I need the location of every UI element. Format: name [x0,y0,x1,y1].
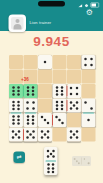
board-cell[interactable] [67,113,81,127]
domino-half [9,99,23,113]
board-cell[interactable] [82,70,96,84]
pip [90,64,93,67]
domino-divider [11,112,22,113]
pip [27,86,30,89]
domino-divider [83,112,94,113]
pip [12,130,15,133]
board-cell [82,55,96,69]
pip [32,93,35,96]
board-cell [9,84,23,98]
board-cell [53,99,67,113]
domino-divider [66,86,67,97]
pip [29,133,32,136]
board-cell[interactable] [53,70,67,84]
disabled-domino-half [82,156,92,166]
pip [76,130,79,133]
pip [70,87,73,90]
pip [84,64,87,67]
domino-divider [23,86,24,97]
pip [70,93,73,96]
pip [47,122,50,125]
score-value: 9.945 [0,34,103,50]
board-cell [38,128,52,142]
pip [61,104,64,107]
pip [26,101,29,104]
board-cell[interactable] [53,55,67,69]
pip [44,133,47,136]
pip [84,58,87,61]
pip [12,108,15,111]
pip [52,167,55,170]
board-cell [82,113,96,127]
pip [17,115,20,118]
pip [32,107,35,110]
player-name: Lion trainer [30,21,52,26]
domino-half [67,84,81,98]
pip [90,107,93,110]
pip [12,101,15,104]
board-cell [53,113,67,127]
avatar-person-icon [11,17,24,30]
pip [12,104,15,107]
pip [17,122,20,125]
domino-half [82,55,96,69]
board-cell[interactable] [82,84,96,98]
domino-half [24,99,38,113]
pip [84,158,86,160]
next-domino-half [44,162,58,176]
domino-half [9,113,23,127]
board-cell[interactable] [67,70,81,84]
pip [76,136,79,139]
pip [90,58,93,61]
pip [52,155,55,158]
pip [47,130,50,133]
board-cell[interactable] [24,55,38,69]
pip [41,130,44,133]
board-cell [24,113,38,127]
pip [61,108,64,111]
pip [32,119,35,122]
pip [56,90,59,93]
pip [70,136,73,139]
board-cell[interactable] [53,128,67,142]
domino-divider [23,129,24,140]
domino-half [53,84,67,98]
board-cell [9,128,23,142]
board-cell[interactable] [9,55,23,69]
domino-half [67,128,81,142]
board-cell[interactable] [38,84,52,98]
pip [52,163,55,166]
board-cell [67,84,81,98]
pip [32,90,35,93]
pip [12,90,15,93]
pip [32,115,35,118]
pip [17,86,20,89]
board-cell [67,128,81,142]
wifi-icon [85,4,89,8]
pip [56,104,59,107]
status-notch [38,1,65,7]
domino-divider [66,100,67,111]
pip [61,93,64,96]
pip [76,93,79,96]
pip [50,153,53,156]
domino-half [82,113,96,127]
board-cell [38,55,52,69]
pip [32,86,35,89]
domino-half [53,113,67,127]
board-cell [82,99,96,113]
pip [47,163,50,166]
pip [12,136,15,139]
pip [61,122,64,125]
pip [56,101,59,104]
pip [27,93,30,96]
board-cell [53,84,67,98]
pip [12,86,15,89]
board-cell [67,99,81,113]
board-cell [38,113,52,127]
pip [27,122,30,125]
board-cell [24,99,38,113]
battery-icon [91,3,100,8]
swap-arrows-icon: ⇄ [17,154,22,161]
pip [32,136,35,139]
pip [41,116,44,119]
pip [27,119,30,122]
pip [70,107,73,110]
pip [47,171,50,174]
domino-half [53,99,67,113]
board-cell [24,84,38,98]
pip [41,136,44,139]
pip [18,130,21,133]
pip [17,104,20,107]
pip [12,115,15,118]
board-cell [9,99,23,113]
signal-icon [78,4,83,8]
pip [26,107,29,110]
pip [15,133,18,136]
domino-divider [25,112,36,113]
pip [73,133,76,136]
pip [17,90,20,93]
shuffle-button[interactable]: ⇄ [14,152,26,164]
domino-half [24,128,38,142]
pip [61,90,64,93]
domino-half [82,99,96,113]
board-cell[interactable] [38,70,52,84]
board-cell [9,113,23,127]
disabled-domino [72,156,91,166]
pip [26,130,29,133]
domino-half [38,55,52,69]
pip [26,136,29,139]
domino-half [38,128,52,142]
disabled-domino-half [72,156,82,166]
settings-gear-icon[interactable]: ⚙ [86,9,93,17]
board-cell[interactable] [82,128,96,142]
pip [55,116,58,119]
pip [52,150,55,153]
next-domino[interactable] [44,147,58,175]
pip [32,130,35,133]
pip [32,101,35,104]
avatar[interactable] [9,15,27,33]
domino-half [9,128,23,142]
status-icons [78,3,99,8]
app-screen: ⚙ Lion trainer 9.945 +36 ⇄ [0,0,103,183]
pip [47,150,50,153]
pip [70,101,73,104]
game-board [9,55,96,142]
pip [44,119,47,122]
board-cell [24,128,38,142]
pip [78,162,80,164]
domino-divider [52,115,53,126]
pip [73,104,76,107]
pip [32,122,35,125]
pip [88,162,90,164]
pip [44,61,47,64]
pip [18,136,21,139]
pip [12,93,15,96]
domino-half [67,99,81,113]
pip [47,167,50,170]
pip [27,90,30,93]
pip [52,171,55,174]
pip [58,119,61,122]
pip [84,101,87,104]
placed-domino-half-highlighted [24,84,38,98]
pip [56,108,59,111]
board-cell[interactable] [67,55,81,69]
pip [56,93,59,96]
pip [47,155,50,158]
pip [17,93,20,96]
pip [56,86,59,89]
pip [87,119,90,122]
pip [17,119,20,122]
pip [76,87,79,90]
pip [47,136,50,139]
pip [61,86,64,89]
placed-domino-half-highlighted [9,84,23,98]
pip [61,101,64,104]
pip [12,122,15,125]
domino-half [24,113,38,127]
pip [76,101,79,104]
pip [70,130,73,133]
score-popup: +36 [21,77,29,82]
pip [76,107,79,110]
pip [27,115,30,118]
pip [17,108,20,111]
board-cell[interactable] [38,99,52,113]
pip [12,119,15,122]
domino-half [38,113,52,127]
next-domino-half [44,147,58,161]
pip [17,101,20,104]
